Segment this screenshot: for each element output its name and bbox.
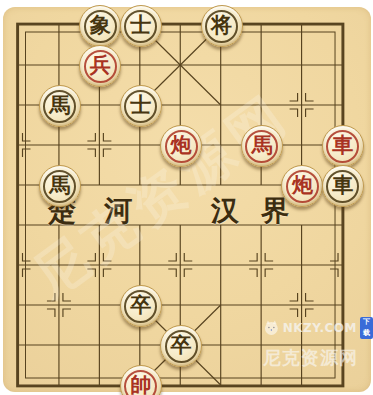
piece-black-advisor[interactable]: 士	[120, 85, 162, 127]
piece-black-horse[interactable]: 馬	[39, 85, 81, 127]
piece-glyph: 帥	[130, 375, 151, 395]
xiangqi-app: 楚河 汉界 尼克资源网 象士将兵馬士炮馬車馬炮車卒卒帥 NKZY.COM 下载 …	[0, 0, 373, 395]
piece-glyph: 馬	[49, 175, 70, 196]
piece-glyph: 車	[332, 135, 353, 156]
piece-glyph: 炮	[171, 135, 192, 156]
piece-glyph: 士	[130, 95, 151, 116]
piece-black-soldier[interactable]: 卒	[160, 325, 202, 367]
piece-black-general[interactable]: 将	[201, 5, 243, 47]
piece-glyph: 卒	[130, 295, 151, 316]
piece-black-horse[interactable]: 馬	[39, 165, 81, 207]
piece-black-soldier[interactable]: 卒	[120, 285, 162, 327]
piece-glyph: 象	[90, 15, 111, 36]
piece-glyph: 兵	[90, 55, 111, 76]
piece-glyph: 将	[211, 15, 232, 36]
xiangqi-board: 象士将兵馬士炮馬車馬炮車卒卒帥	[0, 5, 362, 395]
piece-red-chariot[interactable]: 車	[322, 125, 364, 167]
piece-red-cannon[interactable]: 炮	[281, 165, 323, 207]
piece-red-cannon[interactable]: 炮	[160, 125, 202, 167]
piece-black-elephant[interactable]: 象	[79, 5, 121, 47]
piece-glyph: 馬	[251, 135, 272, 156]
piece-red-general[interactable]: 帥	[120, 365, 162, 395]
piece-glyph: 車	[332, 175, 353, 196]
piece-glyph: 炮	[292, 175, 313, 196]
piece-glyph: 馬	[49, 95, 70, 116]
piece-black-chariot[interactable]: 車	[322, 165, 364, 207]
piece-red-soldier[interactable]: 兵	[79, 45, 121, 87]
piece-red-horse[interactable]: 馬	[241, 125, 283, 167]
piece-black-advisor[interactable]: 士	[120, 5, 162, 47]
piece-glyph: 卒	[171, 335, 192, 356]
piece-glyph: 士	[130, 15, 151, 36]
